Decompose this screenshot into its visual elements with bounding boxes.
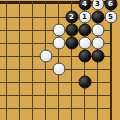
stone-black — [91, 11, 104, 24]
move-number-label: 2 — [69, 14, 74, 21]
move-number-label: 4 — [82, 1, 87, 8]
stone-white — [52, 63, 65, 76]
stone-white — [78, 37, 91, 50]
go-board[interactable]: 436215 — [0, 0, 120, 120]
stone-white — [91, 37, 104, 50]
stone-black — [78, 50, 91, 63]
stone-black-move-2: 2 — [65, 11, 78, 24]
move-number-label: 6 — [108, 1, 113, 8]
grid-line-vertical — [58, 1, 59, 120]
stone-white — [52, 37, 65, 50]
stone-white-move-3: 3 — [91, 0, 104, 11]
stone-white — [52, 24, 65, 37]
grid-line-vertical — [19, 1, 20, 120]
grid-line-vertical — [6, 1, 7, 120]
stone-black — [91, 50, 104, 63]
grid-line-horizontal — [0, 108, 112, 109]
stone-black-move-6: 6 — [104, 0, 117, 11]
grid-line-horizontal — [0, 95, 112, 96]
stone-black — [78, 76, 91, 89]
stone-white-move-1: 1 — [78, 11, 91, 24]
stone-black-move-4: 4 — [78, 0, 91, 11]
stone-black — [65, 24, 78, 37]
stone-black — [78, 24, 91, 37]
stone-white-move-5: 5 — [104, 11, 117, 24]
stone-white — [91, 24, 104, 37]
move-number-label: 3 — [95, 1, 100, 8]
stone-white — [39, 50, 52, 63]
grid-line-vertical — [32, 1, 33, 120]
move-number-label: 1 — [82, 14, 87, 21]
grid-line-horizontal — [0, 82, 112, 83]
stone-black — [65, 37, 78, 50]
move-number-label: 5 — [108, 14, 113, 21]
